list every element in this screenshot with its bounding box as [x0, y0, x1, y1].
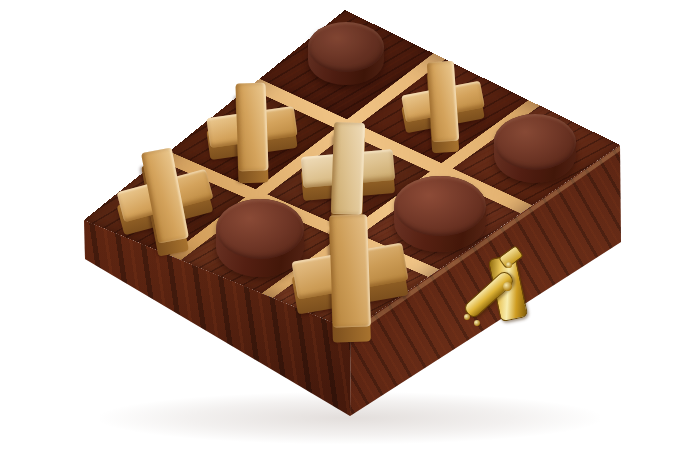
otop: [394, 176, 486, 236]
otop: [308, 22, 384, 72]
otop: [216, 199, 304, 259]
bar: [329, 214, 371, 327]
clasp-screw: [503, 282, 512, 291]
bar: [235, 83, 268, 172]
bar: [331, 121, 365, 214]
product-photo-stage: [0, 0, 700, 450]
clasp-stud: [506, 262, 512, 268]
bar: [427, 60, 460, 142]
clasp-stud: [464, 314, 470, 320]
otop: [494, 114, 576, 170]
clasp-stud: [474, 320, 480, 326]
brass-clasp[interactable]: [460, 250, 532, 334]
